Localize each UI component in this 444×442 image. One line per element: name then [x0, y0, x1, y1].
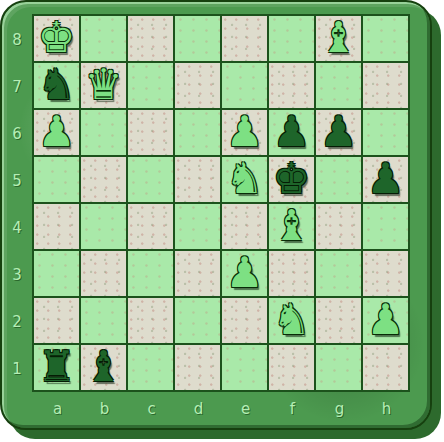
square-c8[interactable] — [128, 16, 173, 61]
square-e5[interactable]: ♞ — [222, 157, 267, 202]
black-knight[interactable]: ♞ — [38, 62, 76, 107]
square-g2[interactable] — [316, 298, 361, 343]
square-b3[interactable] — [81, 251, 126, 296]
rank-label-3: 3 — [2, 251, 32, 298]
square-b1[interactable]: ♝ — [81, 345, 126, 390]
square-c6[interactable] — [128, 110, 173, 155]
square-h1[interactable] — [363, 345, 408, 390]
white-knight[interactable]: ♞ — [273, 297, 311, 342]
square-c7[interactable] — [128, 63, 173, 108]
square-a2[interactable] — [34, 298, 79, 343]
square-c1[interactable] — [128, 345, 173, 390]
square-b2[interactable] — [81, 298, 126, 343]
file-label-f: f — [269, 392, 316, 426]
black-bishop[interactable]: ♝ — [85, 344, 123, 389]
file-label-h: h — [363, 392, 410, 426]
square-h7[interactable] — [363, 63, 408, 108]
square-f6[interactable]: ♟ — [269, 110, 314, 155]
square-d7[interactable] — [175, 63, 220, 108]
square-g7[interactable] — [316, 63, 361, 108]
rank-label-7: 7 — [2, 63, 32, 110]
square-a5[interactable] — [34, 157, 79, 202]
square-g5[interactable] — [316, 157, 361, 202]
square-h5[interactable]: ♟ — [363, 157, 408, 202]
rank-label-6: 6 — [2, 110, 32, 157]
square-d1[interactable] — [175, 345, 220, 390]
square-e4[interactable] — [222, 204, 267, 249]
file-label-e: e — [222, 392, 269, 426]
square-e2[interactable] — [222, 298, 267, 343]
white-pawn[interactable]: ♟ — [367, 297, 405, 342]
square-a4[interactable] — [34, 204, 79, 249]
square-f7[interactable] — [269, 63, 314, 108]
file-label-c: c — [128, 392, 175, 426]
square-f8[interactable] — [269, 16, 314, 61]
black-pawn[interactable]: ♟ — [367, 156, 405, 201]
square-f4[interactable]: ♝ — [269, 204, 314, 249]
square-g3[interactable] — [316, 251, 361, 296]
rank-label-8: 8 — [2, 16, 32, 63]
square-f3[interactable] — [269, 251, 314, 296]
square-d4[interactable] — [175, 204, 220, 249]
white-knight[interactable]: ♞ — [226, 156, 264, 201]
black-pawn[interactable]: ♟ — [273, 109, 311, 154]
square-d8[interactable] — [175, 16, 220, 61]
square-a8[interactable]: ♚ — [34, 16, 79, 61]
square-d6[interactable] — [175, 110, 220, 155]
white-queen[interactable]: ♛ — [85, 62, 123, 107]
square-e6[interactable]: ♟ — [222, 110, 267, 155]
square-b5[interactable] — [81, 157, 126, 202]
white-pawn[interactable]: ♟ — [226, 250, 264, 295]
file-label-a: a — [34, 392, 81, 426]
square-a6[interactable]: ♟ — [34, 110, 79, 155]
square-g1[interactable] — [316, 345, 361, 390]
rank-label-4: 4 — [2, 204, 32, 251]
square-g4[interactable] — [316, 204, 361, 249]
square-h2[interactable]: ♟ — [363, 298, 408, 343]
square-g8[interactable]: ♝ — [316, 16, 361, 61]
file-label-b: b — [81, 392, 128, 426]
square-b6[interactable] — [81, 110, 126, 155]
square-e7[interactable] — [222, 63, 267, 108]
black-pawn[interactable]: ♟ — [320, 109, 358, 154]
square-h6[interactable] — [363, 110, 408, 155]
square-c2[interactable] — [128, 298, 173, 343]
square-e3[interactable]: ♟ — [222, 251, 267, 296]
square-h3[interactable] — [363, 251, 408, 296]
white-pawn[interactable]: ♟ — [38, 109, 76, 154]
square-b7[interactable]: ♛ — [81, 63, 126, 108]
file-label-d: d — [175, 392, 222, 426]
white-pawn[interactable]: ♟ — [226, 109, 264, 154]
rank-label-1: 1 — [2, 345, 32, 392]
black-rook[interactable]: ♜ — [38, 344, 76, 389]
rank-label-5: 5 — [2, 157, 32, 204]
square-d2[interactable] — [175, 298, 220, 343]
square-e1[interactable] — [222, 345, 267, 390]
square-h4[interactable] — [363, 204, 408, 249]
file-labels: abcdefgh — [34, 392, 410, 426]
white-king[interactable]: ♚ — [38, 15, 76, 60]
file-label-g: g — [316, 392, 363, 426]
square-b4[interactable] — [81, 204, 126, 249]
square-f1[interactable] — [269, 345, 314, 390]
white-bishop[interactable]: ♝ — [320, 15, 358, 60]
square-d5[interactable] — [175, 157, 220, 202]
square-d3[interactable] — [175, 251, 220, 296]
chess-board: ♚♝♞♛♟♟♟♟♞♚♟♝♟♞♟♜♝ — [32, 14, 410, 392]
chess-app-window: 87654321 ♚♝♞♛♟♟♟♟♞♚♟♝♟♞♟♜♝ abcdefgh — [0, 0, 444, 442]
square-h8[interactable] — [363, 16, 408, 61]
white-bishop[interactable]: ♝ — [273, 203, 311, 248]
square-a1[interactable]: ♜ — [34, 345, 79, 390]
board-frame: 87654321 ♚♝♞♛♟♟♟♟♞♚♟♝♟♞♟♜♝ abcdefgh — [0, 0, 432, 430]
rank-label-2: 2 — [2, 298, 32, 345]
square-c4[interactable] — [128, 204, 173, 249]
square-a7[interactable]: ♞ — [34, 63, 79, 108]
square-f2[interactable]: ♞ — [269, 298, 314, 343]
black-king[interactable]: ♚ — [273, 156, 311, 201]
square-a3[interactable] — [34, 251, 79, 296]
square-e8[interactable] — [222, 16, 267, 61]
square-c3[interactable] — [128, 251, 173, 296]
square-g6[interactable]: ♟ — [316, 110, 361, 155]
square-f5[interactable]: ♚ — [269, 157, 314, 202]
square-c5[interactable] — [128, 157, 173, 202]
square-b8[interactable] — [81, 16, 126, 61]
rank-labels: 87654321 — [2, 16, 32, 392]
